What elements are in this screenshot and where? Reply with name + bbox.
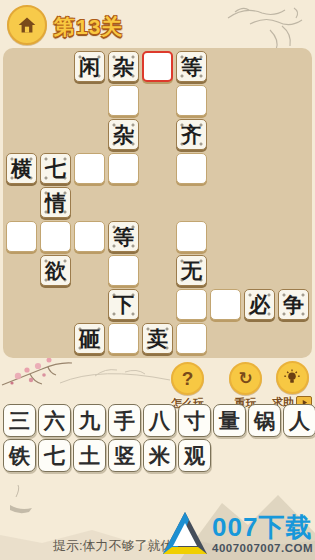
board-cell-given[interactable]: 必 xyxy=(244,289,275,320)
board-cell-empty[interactable] xyxy=(108,323,139,354)
home-button[interactable] xyxy=(7,5,47,45)
home-icon xyxy=(17,15,37,35)
board-cell-given[interactable]: 争 xyxy=(278,289,309,320)
board-cell-given[interactable]: 闲 xyxy=(74,51,105,82)
board-cell-empty[interactable] xyxy=(74,221,105,252)
board-grid: 闲杂等杂齐横七情等欲无下必争砸卖 xyxy=(6,51,309,354)
candidate-tile[interactable]: 六 xyxy=(38,404,71,437)
help-button[interactable]: 求助 xyxy=(272,361,312,410)
game-screen: { "game": "Chinese idiom crossword puzzl… xyxy=(0,0,315,560)
question-glyph: ? xyxy=(182,368,194,390)
board-cell-empty[interactable] xyxy=(210,289,241,320)
board-cell-empty[interactable] xyxy=(6,221,37,252)
candidate-tile[interactable]: 手 xyxy=(108,404,141,437)
board-cell-given[interactable]: 等 xyxy=(176,51,207,82)
refresh-glyph: ↻ xyxy=(238,368,252,389)
board-cell-given[interactable]: 无 xyxy=(176,255,207,286)
board-cell-given[interactable]: 杂 xyxy=(108,119,139,150)
board-cell-selected[interactable] xyxy=(142,51,173,82)
board-cell-given[interactable]: 下 xyxy=(108,289,139,320)
board-cell-given[interactable]: 欲 xyxy=(40,255,71,286)
board-cell-empty[interactable] xyxy=(40,221,71,252)
candidate-tile[interactable]: 锅 xyxy=(248,404,281,437)
board-cell-given[interactable]: 情 xyxy=(40,187,71,218)
watermark-triangle-icon xyxy=(161,510,209,558)
candidate-tile[interactable]: 人 xyxy=(283,404,315,437)
candidate-tile[interactable]: 土 xyxy=(73,439,106,472)
candidate-tile[interactable]: 观 xyxy=(178,439,211,472)
hint-text: 提示:体力不够了就休 xyxy=(53,537,174,555)
board-cell-given[interactable]: 横 xyxy=(6,153,37,184)
refresh-icon[interactable]: ↻ xyxy=(229,362,262,395)
watermark-site: 4007007007.COM xyxy=(212,542,313,554)
candidate-tile[interactable]: 竖 xyxy=(108,439,141,472)
candidate-tile[interactable]: 米 xyxy=(143,439,176,472)
board-cell-empty[interactable] xyxy=(176,289,207,320)
ink-birds-decoration xyxy=(210,0,315,55)
candidate-tile[interactable]: 八 xyxy=(143,404,176,437)
candidate-tile[interactable]: 铁 xyxy=(3,439,36,472)
board-cell-given[interactable]: 等 xyxy=(108,221,139,252)
board-cell-empty[interactable] xyxy=(74,153,105,184)
candidate-tray: 三六九手八寸量锅人铁七土竖米观 xyxy=(3,404,315,472)
board-cell-empty[interactable] xyxy=(108,255,139,286)
board-cell-empty[interactable] xyxy=(176,85,207,116)
watermark-logo: 007下载 4007007007.COM xyxy=(161,510,313,558)
board-panel: 闲杂等杂齐横七情等欲无下必争砸卖 xyxy=(3,48,312,358)
board-cell-empty[interactable] xyxy=(176,153,207,184)
level-title: 第13关 xyxy=(54,13,123,41)
board-cell-empty[interactable] xyxy=(176,323,207,354)
board-cell-empty[interactable] xyxy=(108,153,139,184)
board-cell-given[interactable]: 杂 xyxy=(108,51,139,82)
board-cell-empty[interactable] xyxy=(176,221,207,252)
board-cell-given[interactable]: 齐 xyxy=(176,119,207,150)
candidate-tile[interactable]: 七 xyxy=(38,439,71,472)
ink-branch-decoration xyxy=(55,358,175,400)
candidate-tile[interactable]: 九 xyxy=(73,404,106,437)
board-cell-given[interactable]: 砸 xyxy=(74,323,105,354)
bulb-icon[interactable] xyxy=(276,361,309,394)
question-icon[interactable]: ? xyxy=(171,362,204,395)
board-cell-empty[interactable] xyxy=(108,85,139,116)
candidate-tile[interactable]: 三 xyxy=(3,404,36,437)
board-cell-given[interactable]: 七 xyxy=(40,153,71,184)
candidate-tile[interactable]: 寸 xyxy=(178,404,211,437)
board-cell-given[interactable]: 卖 xyxy=(142,323,173,354)
candidate-tile[interactable]: 量 xyxy=(213,404,246,437)
watermark-name: 007下载 xyxy=(212,514,313,541)
